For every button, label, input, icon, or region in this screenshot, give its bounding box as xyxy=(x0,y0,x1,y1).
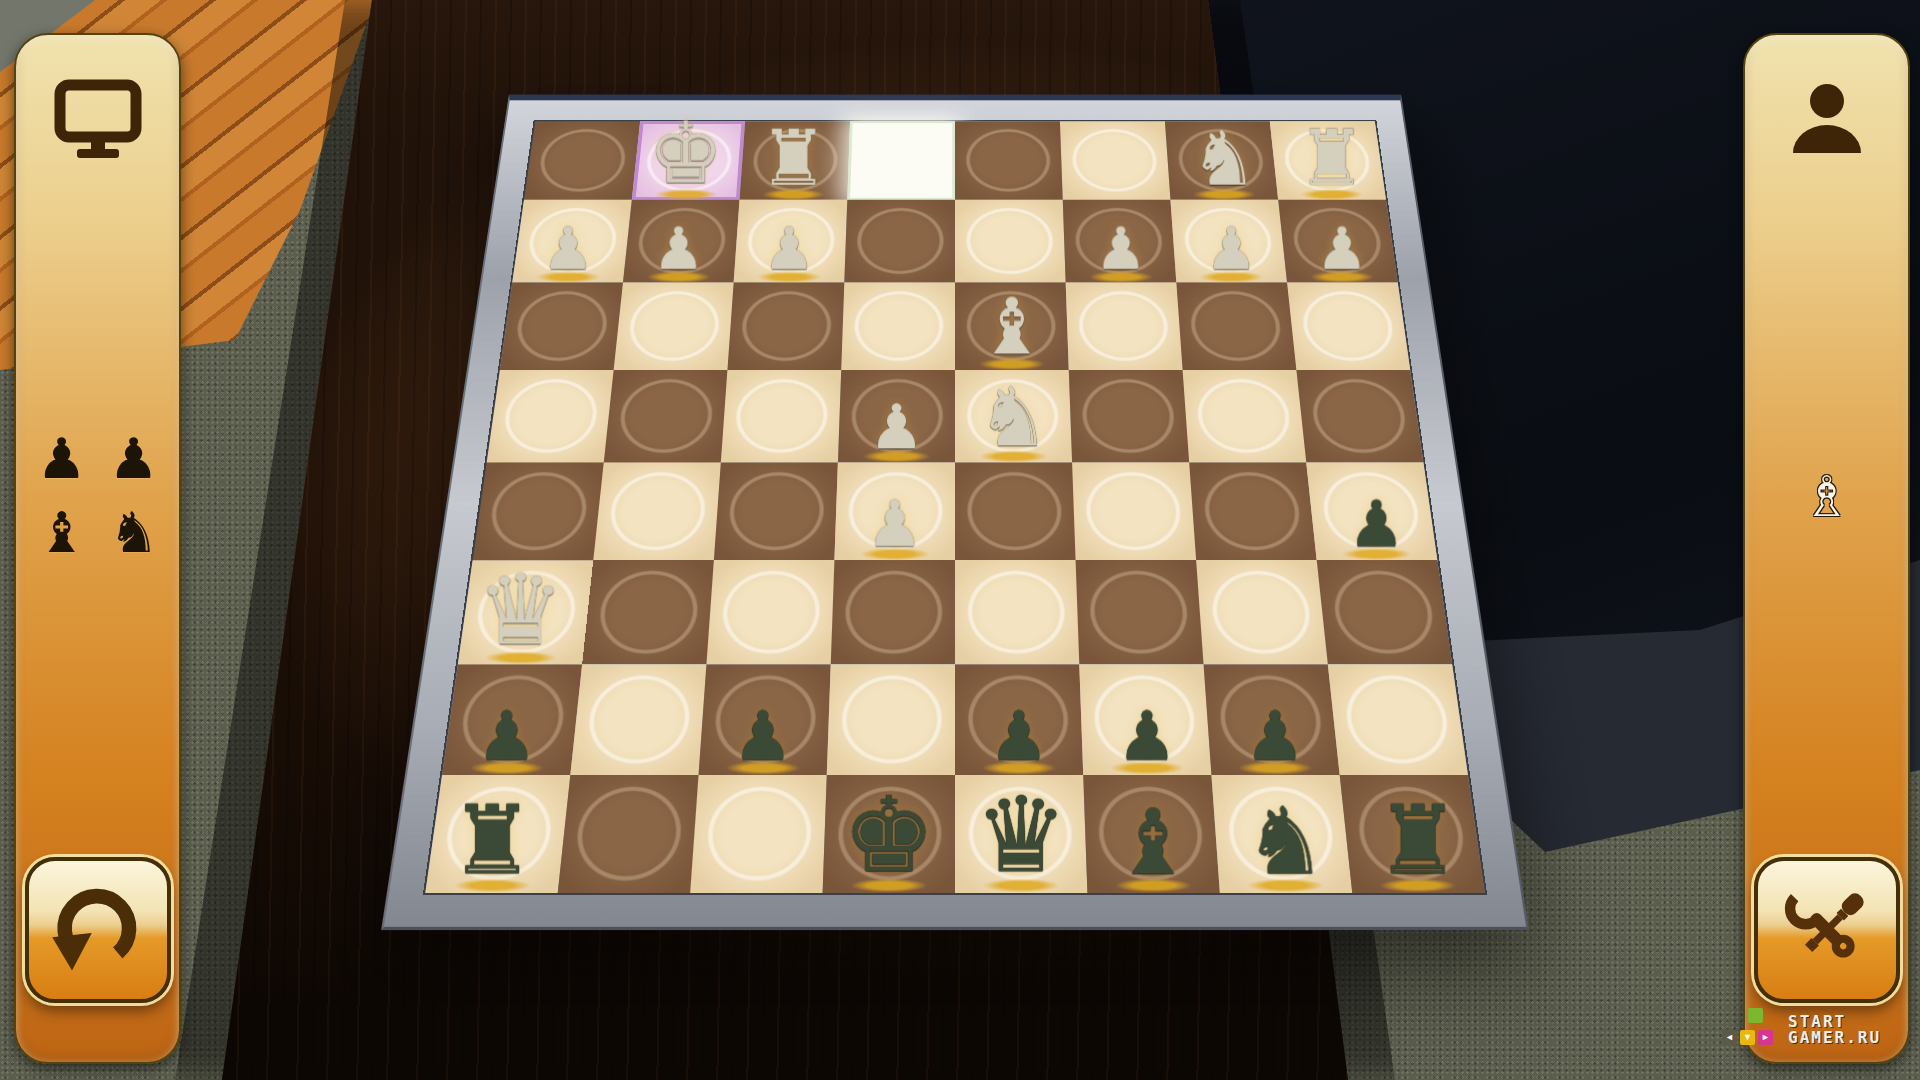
watermark-pixel-green xyxy=(1748,1008,1763,1023)
white-pawn-b2[interactable]: ♟ xyxy=(1176,221,1287,280)
black-pawn-h7[interactable]: ♟ xyxy=(443,703,571,771)
watermark-pixel-yellow: ▼ xyxy=(1740,1030,1755,1045)
black-queen-d8[interactable]: ♛ xyxy=(955,784,1087,888)
square-c1[interactable] xyxy=(1060,121,1171,199)
square-e3[interactable] xyxy=(841,283,955,370)
square-b8[interactable]: ♞ xyxy=(1211,775,1352,893)
square-h5[interactable] xyxy=(473,462,604,560)
square-d8[interactable]: ♛ xyxy=(955,775,1087,893)
square-c4[interactable] xyxy=(1069,370,1189,462)
square-e2[interactable] xyxy=(844,200,955,283)
square-g8[interactable] xyxy=(558,775,699,893)
square-d4[interactable]: ♞ xyxy=(955,370,1072,462)
black-rook-a8[interactable]: ♜ xyxy=(1352,793,1484,888)
white-pawn-c2[interactable]: ♟ xyxy=(1066,221,1177,280)
square-e4[interactable]: ♟ xyxy=(838,370,955,462)
black-rook-h8[interactable]: ♜ xyxy=(426,793,558,888)
white-bishop-d3[interactable]: ♝ xyxy=(955,289,1069,367)
watermark-pixel-dark: ◄ xyxy=(1722,1030,1737,1045)
square-b5[interactable] xyxy=(1189,462,1317,560)
black-pawn-b7[interactable]: ♟ xyxy=(1211,703,1339,771)
board-frame: ♚♜♞♜♟♟♟♟♟♟♝♟♞♟♟♛♟♟♟♟♟♜♚♛♝♞♜ xyxy=(381,95,1529,931)
left-player-panel: ♟♟♝♞ xyxy=(14,33,181,1064)
square-c2[interactable]: ♟ xyxy=(1063,200,1177,283)
square-f8[interactable] xyxy=(690,775,827,893)
white-rook-a1[interactable]: ♜ xyxy=(1278,119,1386,196)
white-pawn-e5[interactable]: ♟ xyxy=(835,493,955,557)
square-h3[interactable] xyxy=(500,283,623,370)
square-h2[interactable]: ♟ xyxy=(512,200,632,283)
square-g5[interactable] xyxy=(593,462,721,560)
board-tilt: ♚♜♞♜♟♟♟♟♟♟♝♟♞♟♟♛♟♟♟♟♟♜♚♛♝♞♜ xyxy=(381,95,1529,931)
black-pawn-d7[interactable]: ♟ xyxy=(955,703,1083,771)
square-f7[interactable]: ♟ xyxy=(699,664,831,775)
captured-black-knight: ♞ xyxy=(98,501,170,565)
white-pawn-g2[interactable]: ♟ xyxy=(623,221,734,280)
square-f1[interactable]: ♜ xyxy=(740,121,851,199)
square-e1[interactable] xyxy=(847,121,955,199)
white-pawn-f2[interactable]: ♟ xyxy=(734,221,845,280)
settings-button[interactable] xyxy=(1754,857,1900,1003)
square-c3[interactable] xyxy=(1066,283,1183,370)
game-screen: ♚♜♞♜♟♟♟♟♟♟♝♟♞♟♟♛♟♟♟♟♟♜♚♛♝♞♜ ♟♟♝♞ xyxy=(0,0,1920,1080)
square-d3[interactable]: ♝ xyxy=(955,283,1069,370)
square-f6[interactable] xyxy=(706,560,834,664)
square-g3[interactable] xyxy=(614,283,734,370)
square-d5[interactable] xyxy=(955,462,1076,560)
board-scene: ♚♜♞♜♟♟♟♟♟♟♝♟♞♟♟♛♟♟♟♟♟♜♚♛♝♞♜ xyxy=(453,0,1457,962)
square-g2[interactable]: ♟ xyxy=(623,200,740,283)
square-e7[interactable] xyxy=(827,664,955,775)
white-king-g1[interactable]: ♚ xyxy=(632,112,740,197)
undo-restart-button[interactable] xyxy=(25,857,171,1003)
square-e5[interactable]: ♟ xyxy=(834,462,955,560)
square-b1[interactable]: ♞ xyxy=(1165,121,1278,199)
white-knight-b1[interactable]: ♞ xyxy=(1170,121,1278,196)
square-a8[interactable]: ♜ xyxy=(1340,775,1485,893)
left-captured: ♟♟♝♞ xyxy=(16,427,179,566)
black-pawn-f7[interactable]: ♟ xyxy=(699,703,827,771)
square-b2[interactable]: ♟ xyxy=(1170,200,1287,283)
square-a1[interactable]: ♜ xyxy=(1270,121,1386,199)
board-grid: ♚♜♞♜♟♟♟♟♟♟♝♟♞♟♟♛♟♟♟♟♟♜♚♛♝♞♜ xyxy=(423,120,1488,895)
square-b3[interactable] xyxy=(1176,283,1296,370)
black-bishop-c8[interactable]: ♝ xyxy=(1087,798,1219,888)
captured-black-pawn: ♟ xyxy=(26,427,98,491)
black-pawn-a5[interactable]: ♟ xyxy=(1316,493,1436,557)
square-c6[interactable] xyxy=(1076,560,1204,664)
square-g4[interactable] xyxy=(604,370,728,462)
person-icon xyxy=(1777,71,1877,171)
square-h8[interactable]: ♜ xyxy=(425,775,570,893)
square-a7[interactable] xyxy=(1328,664,1468,775)
monitor-icon xyxy=(48,71,148,171)
watermark: ◄ ▼ ► START GAMER.RU xyxy=(1722,1008,1920,1068)
white-pawn-e4[interactable]: ♟ xyxy=(838,397,955,459)
square-f4[interactable] xyxy=(721,370,841,462)
square-a6[interactable] xyxy=(1317,560,1452,664)
square-a5[interactable]: ♟ xyxy=(1306,462,1437,560)
tools-icon xyxy=(1775,878,1879,982)
square-d6[interactable] xyxy=(955,560,1079,664)
square-h7[interactable]: ♟ xyxy=(442,664,582,775)
square-h6[interactable]: ♛ xyxy=(458,560,593,664)
square-e8[interactable]: ♚ xyxy=(823,775,955,893)
square-f5[interactable] xyxy=(714,462,838,560)
white-pawn-h2[interactable]: ♟ xyxy=(513,221,624,280)
square-c8[interactable]: ♝ xyxy=(1083,775,1220,893)
black-knight-b8[interactable]: ♞ xyxy=(1219,795,1351,888)
captured-black-pawn: ♟ xyxy=(98,427,170,491)
undo-arrow-icon xyxy=(46,878,150,982)
square-a4[interactable] xyxy=(1296,370,1423,462)
square-c7[interactable]: ♟ xyxy=(1079,664,1211,775)
square-a2[interactable]: ♟ xyxy=(1278,200,1398,283)
white-knight-d4[interactable]: ♞ xyxy=(955,377,1072,459)
square-e6[interactable] xyxy=(831,560,955,664)
square-d2[interactable] xyxy=(955,200,1066,283)
square-f2[interactable]: ♟ xyxy=(734,200,848,283)
square-h4[interactable] xyxy=(487,370,614,462)
captured-white-bishop: ♗ xyxy=(1791,465,1863,529)
white-pawn-a2[interactable]: ♟ xyxy=(1287,221,1398,280)
watermark-pixel-magenta: ► xyxy=(1758,1030,1773,1045)
black-pawn-c7[interactable]: ♟ xyxy=(1083,703,1211,771)
square-b7[interactable]: ♟ xyxy=(1204,664,1340,775)
right-captured: ♗ xyxy=(1745,465,1908,529)
watermark-text: START GAMER.RU xyxy=(1788,1014,1881,1046)
square-g1[interactable]: ♚ xyxy=(632,121,745,199)
square-h1[interactable] xyxy=(524,121,640,199)
square-f3[interactable] xyxy=(727,283,844,370)
captured-black-bishop: ♝ xyxy=(26,501,98,565)
white-rook-f1[interactable]: ♜ xyxy=(740,119,848,196)
white-queen-h6[interactable]: ♛ xyxy=(458,563,582,661)
square-a3[interactable] xyxy=(1287,283,1410,370)
right-player-panel: ♗ xyxy=(1743,33,1910,1064)
square-d7[interactable]: ♟ xyxy=(955,664,1083,775)
black-king-e8[interactable]: ♚ xyxy=(823,784,955,888)
square-d1[interactable] xyxy=(955,121,1063,199)
square-b4[interactable] xyxy=(1183,370,1307,462)
square-g6[interactable] xyxy=(582,560,714,664)
square-g7[interactable] xyxy=(570,664,706,775)
square-c5[interactable] xyxy=(1072,462,1196,560)
square-b6[interactable] xyxy=(1196,560,1328,664)
watermark-line2: GAMER.RU xyxy=(1788,1030,1881,1046)
